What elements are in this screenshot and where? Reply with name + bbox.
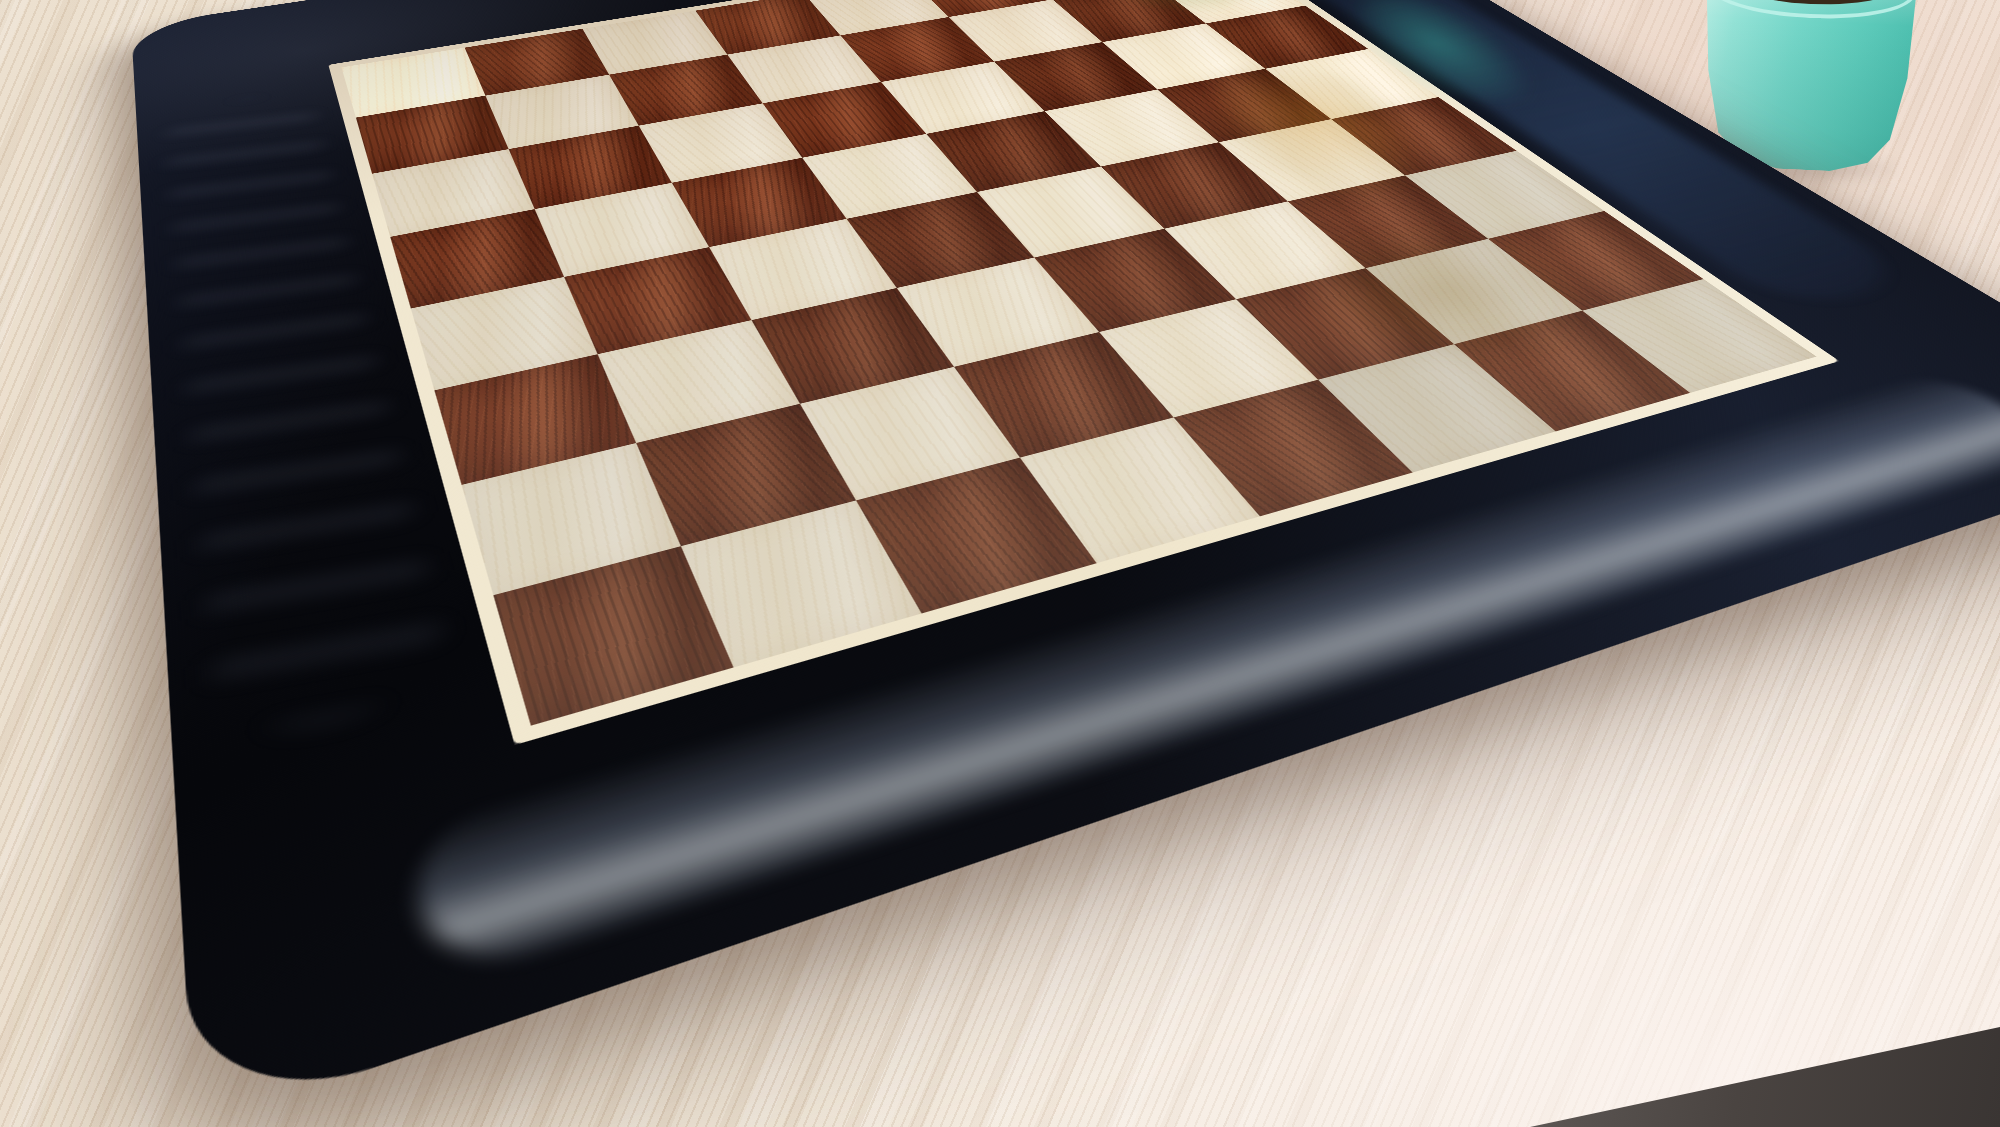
perspective-scene: [0, 0, 2000, 1127]
chess-board: [131, 0, 2000, 1127]
playing-field: [341, 0, 1816, 726]
board-border-strip: [328, 0, 1839, 745]
photo-scene: [0, 0, 2000, 1127]
